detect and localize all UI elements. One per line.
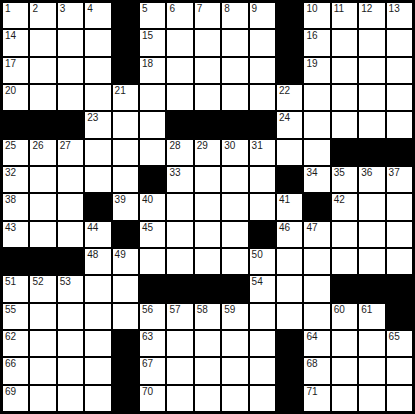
cell-r10c9[interactable]: [222, 249, 247, 274]
cell-r6c3[interactable]: 27: [58, 140, 83, 165]
cell-r4c11[interactable]: 22: [277, 85, 302, 110]
clue-number: 9: [252, 3, 258, 15]
cell-r8c10[interactable]: [250, 194, 275, 219]
cell-r2c10[interactable]: [250, 30, 275, 55]
cell-r15c13[interactable]: [332, 386, 357, 411]
cell-r4c4[interactable]: [85, 85, 110, 110]
cell-r11c6: [140, 276, 165, 301]
clue-number: 44: [87, 222, 98, 234]
clue-number: 35: [334, 167, 345, 179]
cell-r1c4[interactable]: 4: [85, 3, 110, 28]
cell-r14c9[interactable]: [222, 358, 247, 383]
cell-r5c10: [250, 112, 275, 137]
clue-number: 54: [252, 276, 263, 288]
clue-number: 65: [389, 331, 400, 343]
clue-number: 16: [306, 30, 317, 42]
cell-r11c11[interactable]: [277, 276, 302, 301]
cell-r7c8[interactable]: [195, 167, 220, 192]
cell-r2c4[interactable]: [85, 30, 110, 55]
cell-r3c13[interactable]: [332, 58, 357, 83]
cell-r12c15: [387, 304, 412, 329]
cell-r15c1[interactable]: 69: [3, 386, 28, 411]
cell-r15c2[interactable]: [30, 386, 55, 411]
cell-r6c2[interactable]: 26: [30, 140, 55, 165]
clue-number: 12: [361, 3, 372, 15]
cell-r8c14[interactable]: [359, 194, 384, 219]
clue-number: 36: [361, 167, 372, 179]
cell-r12c6[interactable]: 56: [140, 304, 165, 329]
cell-r6c6[interactable]: [140, 140, 165, 165]
clue-number: 53: [60, 276, 71, 288]
cell-r3c11: [277, 58, 302, 83]
cell-r4c5[interactable]: 21: [113, 85, 138, 110]
clue-number: 49: [115, 249, 126, 261]
cell-r2c11: [277, 30, 302, 55]
cell-r8c13[interactable]: 42: [332, 194, 357, 219]
clue-number: 19: [306, 58, 317, 70]
cell-r1c3[interactable]: 3: [58, 3, 83, 28]
cell-r5c2: [30, 112, 55, 137]
clue-number: 14: [5, 30, 16, 42]
cell-r8c11[interactable]: 41: [277, 194, 302, 219]
cell-r3c1[interactable]: 17: [3, 58, 28, 83]
cell-r12c5[interactable]: [113, 304, 138, 329]
cell-r10c5[interactable]: 49: [113, 249, 138, 274]
cell-r11c7: [167, 276, 192, 301]
cell-r6c7[interactable]: 28: [167, 140, 192, 165]
cell-r13c8[interactable]: [195, 331, 220, 356]
cell-r8c4: [85, 194, 110, 219]
cell-r9c5: [113, 222, 138, 247]
cell-r3c5: [113, 58, 138, 83]
cell-r9c14[interactable]: [359, 222, 384, 247]
cell-r12c1[interactable]: 55: [3, 304, 28, 329]
cell-r13c12[interactable]: 64: [304, 331, 329, 356]
cell-r1c10[interactable]: 9: [250, 3, 275, 28]
cell-r13c14[interactable]: [359, 331, 384, 356]
cell-r15c9[interactable]: [222, 386, 247, 411]
clue-number: 68: [306, 358, 317, 370]
cell-r13c9[interactable]: [222, 331, 247, 356]
cell-r14c8[interactable]: [195, 358, 220, 383]
cell-r3c14[interactable]: [359, 58, 384, 83]
cell-r10c13[interactable]: [332, 249, 357, 274]
clue-number: 38: [5, 194, 16, 206]
clue-number: 46: [279, 222, 290, 234]
clue-number: 32: [5, 167, 16, 179]
cell-r1c12[interactable]: 10: [304, 3, 329, 28]
cell-r1c7[interactable]: 6: [167, 3, 192, 28]
cell-r14c7[interactable]: [167, 358, 192, 383]
cell-r4c6[interactable]: [140, 85, 165, 110]
cell-r12c4[interactable]: [85, 304, 110, 329]
cell-r1c9[interactable]: 8: [222, 3, 247, 28]
cell-r5c11[interactable]: 24: [277, 112, 302, 137]
cell-r9c7[interactable]: [167, 222, 192, 247]
cell-r2c8[interactable]: [195, 30, 220, 55]
cell-r3c7[interactable]: [167, 58, 192, 83]
cell-r11c14: [359, 276, 384, 301]
clue-number: 39: [115, 194, 126, 206]
cell-r6c8[interactable]: 29: [195, 140, 220, 165]
cell-r5c1: [3, 112, 28, 137]
cell-r3c4[interactable]: [85, 58, 110, 83]
cell-r9c9[interactable]: [222, 222, 247, 247]
clue-number: 40: [142, 194, 153, 206]
clue-number: 13: [389, 3, 400, 15]
clue-number: 48: [87, 249, 98, 261]
clue-number: 61: [361, 304, 372, 316]
clue-number: 47: [306, 222, 317, 234]
cell-r8c5[interactable]: 39: [113, 194, 138, 219]
cell-r14c14[interactable]: [359, 358, 384, 383]
cell-r10c15[interactable]: [387, 249, 412, 274]
cell-r4c14[interactable]: [359, 85, 384, 110]
clue-number: 17: [5, 58, 16, 70]
cell-r7c10[interactable]: [250, 167, 275, 192]
cell-r14c6[interactable]: 67: [140, 358, 165, 383]
cell-r13c4[interactable]: [85, 331, 110, 356]
cell-r5c9: [222, 112, 247, 137]
cell-r9c15[interactable]: [387, 222, 412, 247]
cell-r14c15[interactable]: [387, 358, 412, 383]
clue-number: 4: [87, 3, 93, 15]
clue-number: 66: [5, 358, 16, 370]
cell-r11c12[interactable]: [304, 276, 329, 301]
cell-r12c10[interactable]: [250, 304, 275, 329]
cell-r12c13[interactable]: 60: [332, 304, 357, 329]
clue-number: 2: [32, 3, 38, 15]
cell-r9c2[interactable]: [30, 222, 55, 247]
cell-r13c5: [113, 331, 138, 356]
cell-r12c8[interactable]: 58: [195, 304, 220, 329]
cell-r7c9[interactable]: [222, 167, 247, 192]
cell-r6c11[interactable]: [277, 140, 302, 165]
clue-number: 69: [5, 386, 16, 398]
cell-r5c7: [167, 112, 192, 137]
cell-r10c6[interactable]: [140, 249, 165, 274]
cell-r9c1[interactable]: 43: [3, 222, 28, 247]
cell-r6c15: [387, 140, 412, 165]
cell-r3c3[interactable]: [58, 58, 83, 83]
cell-r13c1[interactable]: 62: [3, 331, 28, 356]
clue-number: 62: [5, 331, 16, 343]
cell-r8c8[interactable]: [195, 194, 220, 219]
cell-r6c5[interactable]: [113, 140, 138, 165]
cell-r11c4[interactable]: [85, 276, 110, 301]
clue-number: 45: [142, 222, 153, 234]
cell-r5c12[interactable]: [304, 112, 329, 137]
cell-r14c13[interactable]: [332, 358, 357, 383]
cell-r8c1[interactable]: 38: [3, 194, 28, 219]
cell-r9c4[interactable]: 44: [85, 222, 110, 247]
clue-number: 1: [5, 3, 11, 15]
cell-r9c12[interactable]: 47: [304, 222, 329, 247]
cell-r11c10[interactable]: 54: [250, 276, 275, 301]
cell-r4c7[interactable]: [167, 85, 192, 110]
cell-r1c11: [277, 3, 302, 28]
cell-r5c4[interactable]: 23: [85, 112, 110, 137]
cell-r4c8[interactable]: [195, 85, 220, 110]
cell-r10c3: [58, 249, 83, 274]
cell-r6c1[interactable]: 25: [3, 140, 28, 165]
cell-r14c10[interactable]: [250, 358, 275, 383]
cell-r9c6[interactable]: 45: [140, 222, 165, 247]
clue-number: 58: [197, 304, 208, 316]
cell-r14c12[interactable]: 68: [304, 358, 329, 383]
cell-r13c10[interactable]: [250, 331, 275, 356]
clue-number: 15: [142, 30, 153, 42]
cell-r8c2[interactable]: [30, 194, 55, 219]
cell-r2c7[interactable]: [167, 30, 192, 55]
cell-r10c7[interactable]: [167, 249, 192, 274]
cell-r4c15[interactable]: [387, 85, 412, 110]
cell-r7c4[interactable]: [85, 167, 110, 192]
clue-number: 43: [5, 222, 16, 234]
clue-number: 18: [142, 58, 153, 70]
cell-r3c2[interactable]: [30, 58, 55, 83]
clue-number: 60: [334, 304, 345, 316]
clue-number: 22: [279, 85, 290, 97]
clue-number: 33: [169, 167, 180, 179]
cell-r15c12[interactable]: 71: [304, 386, 329, 411]
cell-r14c3[interactable]: [58, 358, 83, 383]
cell-r11c8: [195, 276, 220, 301]
cell-r6c10[interactable]: 31: [250, 140, 275, 165]
cell-r4c13[interactable]: [332, 85, 357, 110]
clue-number: 8: [224, 3, 230, 15]
cell-r3c10[interactable]: [250, 58, 275, 83]
cell-r9c11[interactable]: 46: [277, 222, 302, 247]
cell-r12c9[interactable]: 59: [222, 304, 247, 329]
clue-number: 63: [142, 331, 153, 343]
cell-r1c15[interactable]: 13: [387, 3, 412, 28]
cell-r15c6[interactable]: 70: [140, 386, 165, 411]
cell-r7c2[interactable]: [30, 167, 55, 192]
cell-r11c5[interactable]: [113, 276, 138, 301]
cell-r12c3[interactable]: [58, 304, 83, 329]
cell-r5c13[interactable]: [332, 112, 357, 137]
cell-r3c9[interactable]: [222, 58, 247, 83]
cell-r1c8[interactable]: 7: [195, 3, 220, 28]
crossword-grid: 1234567891011121314151617181920212223242…: [0, 0, 415, 414]
cell-r2c2[interactable]: [30, 30, 55, 55]
cell-r1c1[interactable]: 1: [3, 3, 28, 28]
clue-number: 42: [334, 194, 345, 206]
cell-r15c15[interactable]: [387, 386, 412, 411]
cell-r2c5: [113, 30, 138, 55]
cell-r3c8[interactable]: [195, 58, 220, 83]
cell-r13c2[interactable]: [30, 331, 55, 356]
cell-r7c1[interactable]: 32: [3, 167, 28, 192]
cell-r5c8: [195, 112, 220, 137]
cell-r5c3: [58, 112, 83, 137]
cell-r2c1[interactable]: 14: [3, 30, 28, 55]
clue-number: 3: [60, 3, 66, 15]
cell-r7c7[interactable]: 33: [167, 167, 192, 192]
cell-r6c9[interactable]: 30: [222, 140, 247, 165]
cell-r1c6[interactable]: 5: [140, 3, 165, 28]
cell-r11c13: [332, 276, 357, 301]
cell-r15c14[interactable]: [359, 386, 384, 411]
cell-r2c6[interactable]: 15: [140, 30, 165, 55]
clue-number: 52: [32, 276, 43, 288]
cell-r2c14[interactable]: [359, 30, 384, 55]
cell-r12c11[interactable]: [277, 304, 302, 329]
clue-number: 30: [224, 140, 235, 152]
clue-number: 7: [197, 3, 203, 15]
cell-r1c5: [113, 3, 138, 28]
cell-r13c13[interactable]: [332, 331, 357, 356]
clue-number: 20: [5, 85, 16, 97]
cell-r5c15[interactable]: [387, 112, 412, 137]
cell-r8c7[interactable]: [167, 194, 192, 219]
cell-r2c12[interactable]: 16: [304, 30, 329, 55]
cell-r14c11: [277, 358, 302, 383]
cell-r11c3[interactable]: 53: [58, 276, 83, 301]
clue-number: 67: [142, 358, 153, 370]
clue-number: 57: [169, 304, 180, 316]
clue-number: 70: [142, 386, 153, 398]
cell-r1c14[interactable]: 12: [359, 3, 384, 28]
clue-number: 51: [5, 276, 16, 288]
cell-r13c6[interactable]: 63: [140, 331, 165, 356]
cell-r5c14[interactable]: [359, 112, 384, 137]
clue-number: 27: [60, 140, 71, 152]
cell-r4c9[interactable]: [222, 85, 247, 110]
cell-r5c6[interactable]: [140, 112, 165, 137]
cell-r2c3[interactable]: [58, 30, 83, 55]
cell-r10c2: [30, 249, 55, 274]
cell-r2c15[interactable]: [387, 30, 412, 55]
cell-r8c12: [304, 194, 329, 219]
cell-r15c11: [277, 386, 302, 411]
cell-r10c12[interactable]: [304, 249, 329, 274]
cell-r4c12[interactable]: [304, 85, 329, 110]
cell-r11c1[interactable]: 51: [3, 276, 28, 301]
cell-r12c12[interactable]: [304, 304, 329, 329]
cell-r7c6: [140, 167, 165, 192]
clue-number: 64: [306, 331, 317, 343]
cell-r7c11: [277, 167, 302, 192]
cell-r10c1: [3, 249, 28, 274]
cell-r3c15[interactable]: [387, 58, 412, 83]
clue-number: 50: [252, 249, 263, 261]
cell-r1c2[interactable]: 2: [30, 3, 55, 28]
cell-r12c14[interactable]: 61: [359, 304, 384, 329]
clue-number: 28: [169, 140, 180, 152]
cell-r13c15[interactable]: 65: [387, 331, 412, 356]
cell-r13c7[interactable]: [167, 331, 192, 356]
cell-r9c8[interactable]: [195, 222, 220, 247]
clue-number: 56: [142, 304, 153, 316]
clue-number: 29: [197, 140, 208, 152]
cell-r6c4[interactable]: [85, 140, 110, 165]
cell-r3c12[interactable]: 19: [304, 58, 329, 83]
cell-r14c5: [113, 358, 138, 383]
cell-r10c10[interactable]: 50: [250, 249, 275, 274]
cell-r3c6[interactable]: 18: [140, 58, 165, 83]
clue-number: 71: [306, 386, 317, 398]
cell-r4c10[interactable]: [250, 85, 275, 110]
cell-r7c5[interactable]: [113, 167, 138, 192]
cell-r2c9[interactable]: [222, 30, 247, 55]
cell-r7c14[interactable]: 36: [359, 167, 384, 192]
cell-r15c3[interactable]: [58, 386, 83, 411]
cell-r7c3[interactable]: [58, 167, 83, 192]
clue-number: 6: [169, 3, 175, 15]
clue-number: 10: [306, 3, 317, 15]
clue-number: 59: [224, 304, 235, 316]
clue-number: 55: [5, 304, 16, 316]
cell-r7c15[interactable]: 37: [387, 167, 412, 192]
cell-r14c2[interactable]: [30, 358, 55, 383]
cell-r8c3[interactable]: [58, 194, 83, 219]
cell-r7c12[interactable]: 34: [304, 167, 329, 192]
cell-r6c12[interactable]: [304, 140, 329, 165]
cell-r12c2[interactable]: [30, 304, 55, 329]
cell-r9c10: [250, 222, 275, 247]
cell-r10c11[interactable]: [277, 249, 302, 274]
clue-number: 21: [115, 85, 126, 97]
cell-r6c13: [332, 140, 357, 165]
clue-number: 34: [306, 167, 317, 179]
clue-number: 25: [5, 140, 16, 152]
cell-r14c4[interactable]: [85, 358, 110, 383]
cell-r11c9: [222, 276, 247, 301]
cell-r15c5: [113, 386, 138, 411]
clue-number: 31: [252, 140, 263, 152]
cell-r7c13[interactable]: 35: [332, 167, 357, 192]
cell-r15c7[interactable]: [167, 386, 192, 411]
cell-r2c13[interactable]: [332, 30, 357, 55]
cell-r13c11: [277, 331, 302, 356]
clue-number: 41: [279, 194, 290, 206]
cell-r11c15: [387, 276, 412, 301]
cell-r10c14[interactable]: [359, 249, 384, 274]
cell-r8c6[interactable]: 40: [140, 194, 165, 219]
cell-r14c1[interactable]: 66: [3, 358, 28, 383]
clue-number: 24: [279, 112, 290, 124]
cell-r5c5[interactable]: [113, 112, 138, 137]
clue-number: 23: [87, 112, 98, 124]
cell-r4c1[interactable]: 20: [3, 85, 28, 110]
clue-number: 37: [389, 167, 400, 179]
clue-number: 5: [142, 3, 148, 15]
cell-r8c9[interactable]: [222, 194, 247, 219]
cell-r4c3[interactable]: [58, 85, 83, 110]
cell-r9c13[interactable]: [332, 222, 357, 247]
clue-number: 26: [32, 140, 43, 152]
cell-r1c13[interactable]: 11: [332, 3, 357, 28]
cell-r15c4[interactable]: [85, 386, 110, 411]
cell-r13c3[interactable]: [58, 331, 83, 356]
cell-r10c8[interactable]: [195, 249, 220, 274]
cell-r4c2[interactable]: [30, 85, 55, 110]
cell-r10c4[interactable]: 48: [85, 249, 110, 274]
cell-r15c8[interactable]: [195, 386, 220, 411]
cell-r8c15[interactable]: [387, 194, 412, 219]
cell-r11c2[interactable]: 52: [30, 276, 55, 301]
cell-r6c14: [359, 140, 384, 165]
clue-number: 11: [334, 3, 344, 15]
cell-r9c3[interactable]: [58, 222, 83, 247]
cell-r12c7[interactable]: 57: [167, 304, 192, 329]
cell-r15c10[interactable]: [250, 386, 275, 411]
